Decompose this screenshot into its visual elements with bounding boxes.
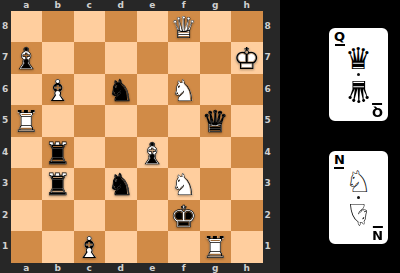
file-label-top-f: f [168,0,200,11]
rank-label-left-3: 3 [0,168,11,200]
square-f8[interactable]: ♛♕ [168,11,200,43]
file-label-bottom-d: d [105,263,137,273]
knight-pip-top: ♘ [345,165,372,198]
rank-label-right-4: 4 [263,137,274,169]
square-c5[interactable] [74,105,106,137]
rank-label-right-6: 6 [263,74,274,106]
square-e4[interactable]: ♝♗ [137,137,169,169]
square-d4[interactable] [105,137,137,169]
file-label-top-d: d [105,0,137,11]
square-c4[interactable] [74,137,106,169]
square-b4[interactable]: ♜♖ [42,137,74,169]
square-c1[interactable]: ♝♗ [74,231,106,263]
rank-label-left-2: 2 [0,200,11,232]
file-label-top-c: c [74,0,106,11]
square-c7[interactable] [74,42,106,74]
rank-label-left-6: 6 [0,74,11,106]
square-a7[interactable]: ♝♗ [11,42,43,74]
square-d3[interactable]: ♞♘ [105,168,137,200]
queen-pip-bottom: ♛ [345,75,372,108]
square-b2[interactable] [42,200,74,232]
rank-label-right-2: 2 [263,200,274,232]
square-g4[interactable] [200,137,232,169]
square-c2[interactable] [74,200,106,232]
piece-white-knight[interactable]: ♞♘ [168,168,200,200]
piece-black-knight[interactable]: ♞♘ [105,74,137,106]
square-g8[interactable] [200,11,232,43]
square-g7[interactable] [200,42,232,74]
square-f2[interactable]: ♚♔ [168,200,200,232]
square-h8[interactable] [231,11,263,43]
square-c6[interactable] [74,74,106,106]
square-a2[interactable] [11,200,43,232]
square-a3[interactable] [11,168,43,200]
square-a1[interactable] [11,231,43,263]
square-e1[interactable] [137,231,169,263]
square-h3[interactable] [231,168,263,200]
file-label-bottom-c: c [74,263,106,273]
square-g6[interactable] [200,74,232,106]
knight-pip-bottom: ♘ [345,198,372,231]
square-b3[interactable]: ♜♖ [42,168,74,200]
rank-label-right-8: 8 [263,11,274,43]
knight-card[interactable]: NN♘♘ [327,149,390,246]
center-pip [357,196,360,199]
card-letter: N [372,229,383,241]
square-c8[interactable] [74,11,106,43]
center-pip [357,73,360,76]
piece-white-bishop[interactable]: ♝♗ [74,231,106,263]
piece-white-bishop[interactable]: ♝♗ [42,74,74,106]
square-f5[interactable] [168,105,200,137]
square-h7[interactable]: ♚♔ [231,42,263,74]
square-d5[interactable] [105,105,137,137]
square-d7[interactable] [105,42,137,74]
piece-black-rook[interactable]: ♜♖ [42,168,74,200]
square-g3[interactable] [200,168,232,200]
file-label-bottom-h: h [231,263,263,273]
square-h2[interactable] [231,200,263,232]
square-g2[interactable] [200,200,232,232]
rank-label-right-3: 3 [263,168,274,200]
piece-black-bishop[interactable]: ♝♗ [137,137,169,169]
square-a6[interactable] [11,74,43,106]
queen-card[interactable]: QQ♛♛ [327,26,390,123]
file-label-bottom-e: e [137,263,169,273]
square-b1[interactable] [42,231,74,263]
rank-label-left-5: 5 [0,105,11,137]
rank-label-right-5: 5 [263,105,274,137]
file-label-bottom-b: b [42,263,74,273]
square-d8[interactable] [105,11,137,43]
piece-black-rook[interactable]: ♜♖ [42,137,74,169]
square-h6[interactable] [231,74,263,106]
piece-black-knight[interactable]: ♞♘ [105,168,137,200]
square-e6[interactable] [137,74,169,106]
square-e8[interactable] [137,11,169,43]
square-g1[interactable]: ♜♖ [200,231,232,263]
square-e2[interactable] [137,200,169,232]
square-f4[interactable] [168,137,200,169]
square-d2[interactable] [105,200,137,232]
file-label-bottom-a: a [11,263,43,273]
chess-board: ♛♕♝♗♚♔♝♗♞♘♞♘♜♖♛♕♜♖♝♗♜♖♞♘♞♘♚♔♝♗♜♖ [11,11,263,263]
square-d1[interactable] [105,231,137,263]
card-letter: Q [372,106,383,118]
piece-black-king[interactable]: ♚♔ [168,200,200,232]
square-a5[interactable]: ♜♖ [11,105,43,137]
rank-label-left-8: 8 [0,11,11,43]
square-f3[interactable]: ♞♘ [168,168,200,200]
square-f6[interactable]: ♞♘ [168,74,200,106]
square-f7[interactable] [168,42,200,74]
square-b7[interactable] [42,42,74,74]
square-b6[interactable]: ♝♗ [42,74,74,106]
square-e5[interactable] [137,105,169,137]
file-label-top-b: b [42,0,74,11]
file-label-bottom-f: f [168,263,200,273]
rank-label-right-1: 1 [263,231,274,263]
square-d6[interactable]: ♞♘ [105,74,137,106]
piece-white-queen[interactable]: ♛♕ [168,11,200,43]
piece-white-rook[interactable]: ♜♖ [11,105,43,137]
square-a8[interactable] [11,11,43,43]
rank-label-left-1: 1 [0,231,11,263]
rank-label-right-7: 7 [263,42,274,74]
file-label-top-e: e [137,0,169,11]
square-e7[interactable] [137,42,169,74]
square-h4[interactable] [231,137,263,169]
board-frame: ♛♕♝♗♚♔♝♗♞♘♞♘♜♖♛♕♜♖♝♗♜♖♞♘♞♘♚♔♝♗♜♖ aabbccd… [0,0,280,273]
piece-white-knight[interactable]: ♞♘ [168,74,200,106]
square-f1[interactable] [168,231,200,263]
file-label-top-h: h [231,0,263,11]
square-c3[interactable] [74,168,106,200]
file-label-top-a: a [11,0,43,11]
square-h5[interactable] [231,105,263,137]
square-e3[interactable] [137,168,169,200]
rank-label-left-7: 7 [0,42,11,74]
square-h1[interactable] [231,231,263,263]
piece-black-queen[interactable]: ♛♕ [200,105,232,137]
piece-black-bishop[interactable]: ♝♗ [11,42,43,74]
file-label-top-g: g [200,0,232,11]
square-a4[interactable] [11,137,43,169]
file-label-bottom-g: g [200,263,232,273]
square-g5[interactable]: ♛♕ [200,105,232,137]
square-b8[interactable] [42,11,74,43]
piece-white-king[interactable]: ♚♔ [231,42,263,74]
piece-white-rook[interactable]: ♜♖ [200,231,232,263]
square-b5[interactable] [42,105,74,137]
queen-pip-top: ♛ [345,42,372,75]
rank-label-left-4: 4 [0,137,11,169]
